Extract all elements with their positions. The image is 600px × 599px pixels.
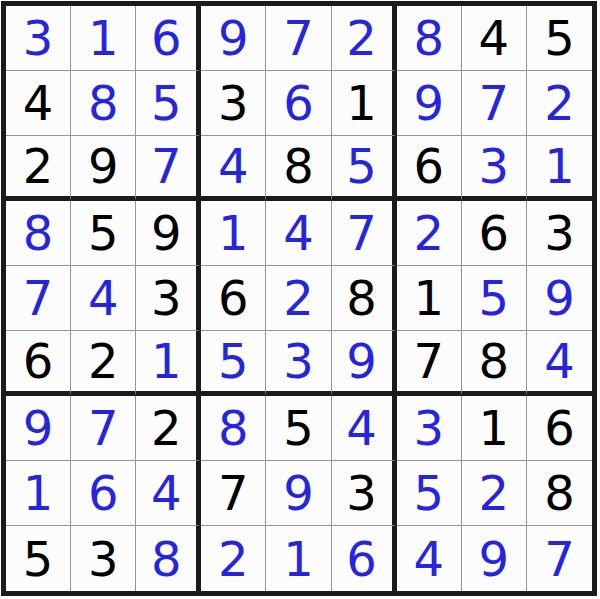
digit-r4c1: 8 (23, 209, 54, 257)
cell-r3c3[interactable]: 7 (136, 136, 201, 201)
cell-r4c6[interactable]: 7 (332, 201, 397, 266)
cell-r5c1[interactable]: 7 (6, 266, 71, 331)
digit-r5c2: 4 (88, 274, 119, 322)
digit-r1c2: 1 (88, 14, 119, 62)
digit-r4c2: 5 (88, 209, 119, 257)
cell-r6c2[interactable]: 2 (71, 331, 136, 396)
digit-r7c6: 4 (346, 404, 377, 452)
cell-r6c7[interactable]: 7 (397, 331, 462, 396)
cell-r6c8[interactable]: 8 (462, 331, 527, 396)
cell-r9c6[interactable]: 6 (332, 526, 397, 591)
cell-r8c6[interactable]: 3 (332, 461, 397, 526)
digit-r8c4: 7 (218, 469, 249, 517)
cell-r4c7[interactable]: 2 (397, 201, 462, 266)
cell-r5c5[interactable]: 2 (266, 266, 331, 331)
digit-r5c8: 5 (479, 274, 510, 322)
digit-r6c4: 5 (218, 337, 249, 385)
digit-r8c2: 6 (88, 469, 119, 517)
digit-r3c4: 4 (218, 142, 249, 190)
digit-r8c6: 3 (346, 469, 377, 517)
digit-r5c4: 6 (218, 274, 249, 322)
digit-r4c6: 7 (346, 209, 377, 257)
cell-r9c7[interactable]: 4 (397, 526, 462, 591)
cell-r6c5[interactable]: 3 (266, 331, 331, 396)
digit-r9c7: 4 (413, 535, 444, 583)
digit-r1c7: 8 (413, 14, 444, 62)
digit-r3c3: 7 (151, 142, 182, 190)
cell-r4c4[interactable]: 1 (201, 201, 266, 266)
digit-r1c1: 3 (23, 14, 54, 62)
digit-r5c9: 9 (544, 274, 575, 322)
digit-r3c2: 9 (88, 142, 119, 190)
cell-r6c9[interactable]: 4 (527, 331, 592, 396)
digit-r3c7: 6 (413, 142, 444, 190)
cell-r8c9[interactable]: 8 (527, 461, 592, 526)
cell-r3c9[interactable]: 1 (527, 136, 592, 201)
digit-r5c7: 1 (413, 274, 444, 322)
digit-r3c8: 3 (479, 142, 510, 190)
cell-r2c4[interactable]: 3 (201, 71, 266, 136)
digit-r6c2: 2 (88, 337, 119, 385)
cell-r7c7[interactable]: 3 (397, 396, 462, 461)
cell-r1c3[interactable]: 6 (136, 6, 201, 71)
cell-r4c2[interactable]: 5 (71, 201, 136, 266)
digit-r9c9: 7 (544, 535, 575, 583)
cell-r7c5[interactable]: 5 (266, 396, 331, 461)
cell-r1c9[interactable]: 5 (527, 6, 592, 71)
cell-r1c7[interactable]: 8 (397, 6, 462, 71)
cell-r6c6[interactable]: 9 (332, 331, 397, 396)
cell-r9c1[interactable]: 5 (6, 526, 71, 591)
cell-r3c4[interactable]: 4 (201, 136, 266, 201)
cell-r8c5[interactable]: 9 (266, 461, 331, 526)
digit-r1c3: 6 (151, 14, 182, 62)
digit-r8c9: 8 (544, 469, 575, 517)
cell-r9c3[interactable]: 8 (136, 526, 201, 591)
cell-r4c3[interactable]: 9 (136, 201, 201, 266)
cell-r7c3[interactable]: 2 (136, 396, 201, 461)
digit-r2c8: 7 (479, 79, 510, 127)
digit-r6c5: 3 (283, 337, 314, 385)
cell-r4c5[interactable]: 4 (266, 201, 331, 266)
cell-r7c6[interactable]: 4 (332, 396, 397, 461)
cell-r2c2[interactable]: 8 (71, 71, 136, 136)
cell-r9c8[interactable]: 9 (462, 526, 527, 591)
digit-r2c6: 1 (346, 79, 377, 127)
digit-r6c8: 8 (479, 337, 510, 385)
digit-r8c3: 4 (151, 469, 182, 517)
cell-r2c1[interactable]: 4 (6, 71, 71, 136)
digit-r5c6: 8 (346, 274, 377, 322)
cell-r9c4[interactable]: 2 (201, 526, 266, 591)
digit-r9c4: 2 (218, 535, 249, 583)
sudoku-board: 3169728454853619722974856318591472637436… (1, 1, 597, 596)
digit-r9c6: 6 (346, 535, 377, 583)
cell-r2c7[interactable]: 9 (397, 71, 462, 136)
cell-r7c4[interactable]: 8 (201, 396, 266, 461)
digit-r4c4: 1 (218, 209, 249, 257)
digit-r5c5: 2 (283, 274, 314, 322)
cell-r2c9[interactable]: 2 (527, 71, 592, 136)
digit-r4c8: 6 (479, 209, 510, 257)
digit-r7c5: 5 (283, 404, 314, 452)
digit-r6c1: 6 (23, 337, 54, 385)
cell-r3c8[interactable]: 3 (462, 136, 527, 201)
digit-r3c1: 2 (23, 142, 54, 190)
cell-r3c6[interactable]: 5 (332, 136, 397, 201)
digit-r2c5: 6 (283, 79, 314, 127)
digit-r1c8: 4 (479, 14, 510, 62)
digit-r3c5: 8 (283, 142, 314, 190)
cell-r5c7[interactable]: 1 (397, 266, 462, 331)
digit-r1c5: 7 (283, 14, 314, 62)
cell-r9c9[interactable]: 7 (527, 526, 592, 591)
cell-r8c4[interactable]: 7 (201, 461, 266, 526)
digit-r9c3: 8 (151, 535, 182, 583)
digit-r4c9: 3 (544, 209, 575, 257)
cell-r5c8[interactable]: 5 (462, 266, 527, 331)
digit-r6c7: 7 (413, 337, 444, 385)
digit-r7c3: 2 (151, 404, 182, 452)
digit-r8c8: 2 (479, 469, 510, 517)
cell-r7c2[interactable]: 7 (71, 396, 136, 461)
cell-r3c2[interactable]: 9 (71, 136, 136, 201)
digit-r2c7: 9 (413, 79, 444, 127)
digit-r7c7: 3 (413, 404, 444, 452)
digit-r2c1: 4 (23, 79, 54, 127)
digit-r9c5: 1 (283, 535, 314, 583)
cell-r9c2[interactable]: 3 (71, 526, 136, 591)
digit-r5c3: 3 (151, 274, 182, 322)
cell-r8c2[interactable]: 6 (71, 461, 136, 526)
cell-r2c3[interactable]: 5 (136, 71, 201, 136)
digit-r5c1: 7 (23, 274, 54, 322)
cell-r3c1[interactable]: 2 (6, 136, 71, 201)
digit-r8c5: 9 (283, 469, 314, 517)
digit-r3c6: 5 (346, 142, 377, 190)
cell-r4c9[interactable]: 3 (527, 201, 592, 266)
cell-r3c5[interactable]: 8 (266, 136, 331, 201)
digit-r2c4: 3 (218, 79, 249, 127)
digit-r7c1: 9 (23, 404, 54, 452)
cell-r6c1[interactable]: 6 (6, 331, 71, 396)
cell-r1c6[interactable]: 2 (332, 6, 397, 71)
digit-r7c2: 7 (88, 404, 119, 452)
digit-r6c6: 9 (346, 337, 377, 385)
digit-r1c9: 5 (544, 14, 575, 62)
digit-r4c5: 4 (283, 209, 314, 257)
digit-r6c9: 4 (544, 337, 575, 385)
board-wrapper: 3169728454853619722974856318591472637436… (1, 1, 599, 596)
cell-r3c7[interactable]: 6 (397, 136, 462, 201)
cell-r7c8[interactable]: 1 (462, 396, 527, 461)
digit-r8c1: 1 (23, 469, 54, 517)
digit-r4c7: 2 (413, 209, 444, 257)
digit-r7c9: 6 (544, 404, 575, 452)
cell-r8c7[interactable]: 5 (397, 461, 462, 526)
digit-r2c3: 5 (151, 79, 182, 127)
cell-r1c8[interactable]: 4 (462, 6, 527, 71)
digit-r1c6: 2 (346, 14, 377, 62)
cell-r1c2[interactable]: 1 (71, 6, 136, 71)
cell-r1c5[interactable]: 7 (266, 6, 331, 71)
digit-r2c2: 8 (88, 79, 119, 127)
cell-r8c1[interactable]: 1 (6, 461, 71, 526)
cell-r4c1[interactable]: 8 (6, 201, 71, 266)
digit-r7c8: 1 (479, 404, 510, 452)
digit-r9c2: 3 (88, 535, 119, 583)
digit-r8c7: 5 (413, 469, 444, 517)
cell-r4c8[interactable]: 6 (462, 201, 527, 266)
digit-r7c4: 8 (218, 404, 249, 452)
cell-r7c1[interactable]: 9 (6, 396, 71, 461)
digit-r3c9: 1 (544, 142, 575, 190)
cell-r5c9[interactable]: 9 (527, 266, 592, 331)
cell-r2c5[interactable]: 6 (266, 71, 331, 136)
cell-r8c8[interactable]: 2 (462, 461, 527, 526)
cell-r9c5[interactable]: 1 (266, 526, 331, 591)
digit-r9c1: 5 (23, 535, 54, 583)
cell-r2c6[interactable]: 1 (332, 71, 397, 136)
cell-r6c3[interactable]: 1 (136, 331, 201, 396)
digit-r1c4: 9 (218, 14, 249, 62)
cell-r5c6[interactable]: 8 (332, 266, 397, 331)
digit-r2c9: 2 (544, 79, 575, 127)
cell-r8c3[interactable]: 4 (136, 461, 201, 526)
cell-r5c2[interactable]: 4 (71, 266, 136, 331)
cell-r5c4[interactable]: 6 (201, 266, 266, 331)
digit-r4c3: 9 (151, 209, 182, 257)
cell-r1c4[interactable]: 9 (201, 6, 266, 71)
cell-r5c3[interactable]: 3 (136, 266, 201, 331)
cell-r7c9[interactable]: 6 (527, 396, 592, 461)
cell-r6c4[interactable]: 5 (201, 331, 266, 396)
cell-r2c8[interactable]: 7 (462, 71, 527, 136)
cell-r1c1[interactable]: 3 (6, 6, 71, 71)
digit-r6c3: 1 (151, 337, 182, 385)
digit-r9c8: 9 (479, 535, 510, 583)
